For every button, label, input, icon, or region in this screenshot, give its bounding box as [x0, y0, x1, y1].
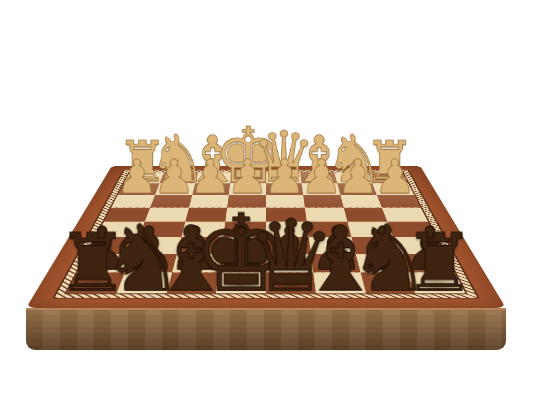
board-side-edge [26, 308, 506, 350]
piece-white-pawn-b2[interactable]: ♟ [337, 154, 379, 201]
square-b2[interactable]: ♟ [337, 183, 377, 195]
square-a2[interactable]: ♟ [372, 183, 414, 195]
inlay-border: ♜♞♝♚♛♝♞♜♟♟♟♟♟♟♟♟♟♟♟♟♟♟♟♟♜♞♝♚♛♝♞♜ [52, 170, 480, 298]
chess-set-photo: ♜♞♝♚♛♝♞♜♟♟♟♟♟♟♟♟♟♟♟♟♟♟♟♟♜♞♝♚♛♝♞♜ [0, 0, 533, 400]
piece-white-pawn-h2[interactable]: ♟ [116, 154, 158, 201]
piece-black-rook-a8[interactable]: ♜ [403, 223, 475, 303]
square-a8[interactable]: ♜ [407, 272, 465, 293]
board-grid: ♜♞♝♚♛♝♞♜♟♟♟♟♟♟♟♟♟♟♟♟♟♟♟♟♜♞♝♚♛♝♞♜ [64, 172, 468, 294]
board: ♜♞♝♚♛♝♞♜♟♟♟♟♟♟♟♟♟♟♟♟♟♟♟♟♜♞♝♚♛♝♞♜ [26, 166, 506, 308]
square-c2[interactable]: ♟ [301, 183, 340, 195]
perspective-wrapper: ♜♞♝♚♛♝♞♜♟♟♟♟♟♟♟♟♟♟♟♟♟♟♟♟♜♞♝♚♛♝♞♜ [0, 0, 533, 400]
piece-white-pawn-a2[interactable]: ♟ [374, 154, 416, 201]
